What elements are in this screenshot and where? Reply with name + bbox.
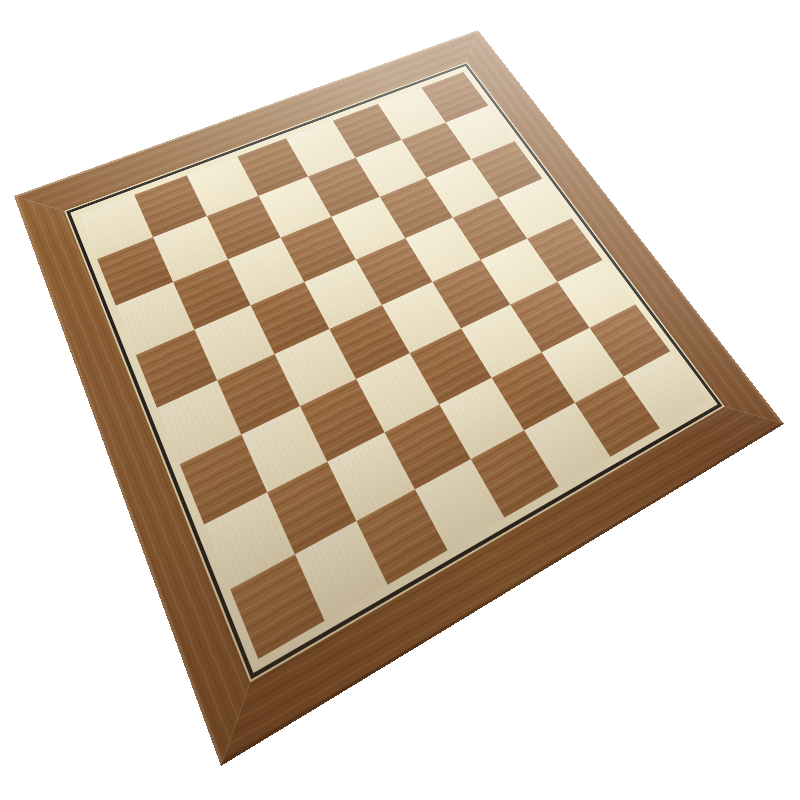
chess-board bbox=[14, 30, 784, 766]
photo-background bbox=[0, 0, 800, 800]
